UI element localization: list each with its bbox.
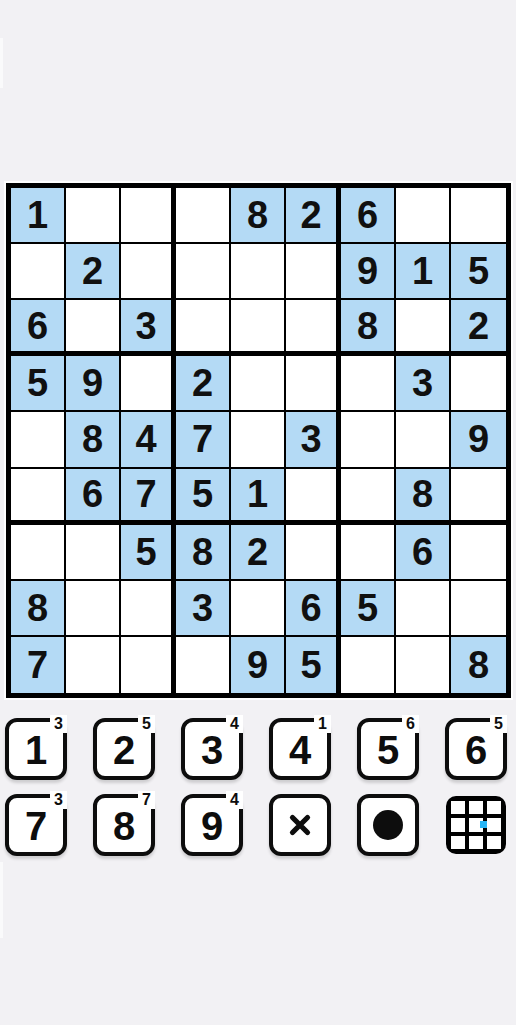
digit-count-badge: 5 bbox=[490, 715, 507, 733]
cell-r9c1[interactable]: 7 bbox=[11, 637, 66, 693]
cell-r6c2[interactable]: 6 bbox=[66, 469, 121, 525]
cell-r8c4[interactable]: 3 bbox=[176, 581, 231, 637]
cell-r8c6[interactable]: 6 bbox=[286, 581, 341, 637]
cell-r1c4[interactable] bbox=[176, 188, 231, 244]
digit-count-badge: 1 bbox=[314, 715, 331, 733]
cell-r7c2[interactable] bbox=[66, 525, 121, 581]
digit-count-badge: 4 bbox=[226, 715, 243, 733]
digit-button-4[interactable]: 41 bbox=[269, 718, 331, 780]
cell-r9c8[interactable] bbox=[396, 637, 451, 693]
cell-r2c8[interactable]: 1 bbox=[396, 244, 451, 300]
cell-r5c7[interactable] bbox=[341, 412, 396, 468]
cell-r8c1[interactable]: 8 bbox=[11, 581, 66, 637]
cell-r5c9[interactable]: 9 bbox=[451, 412, 506, 468]
cell-r4c1[interactable]: 5 bbox=[11, 356, 66, 412]
cell-r3c1[interactable]: 6 bbox=[11, 300, 66, 356]
cell-r1c8[interactable] bbox=[396, 188, 451, 244]
left-edge-artifact-top bbox=[0, 38, 3, 88]
cell-r9c5[interactable]: 9 bbox=[231, 637, 286, 693]
cell-r1c6[interactable]: 2 bbox=[286, 188, 341, 244]
cell-r7c4[interactable]: 8 bbox=[176, 525, 231, 581]
filled-circle-icon bbox=[373, 810, 403, 840]
cell-r9c2[interactable] bbox=[66, 637, 121, 693]
cell-r3c8[interactable] bbox=[396, 300, 451, 356]
keypad-row-2: 738794 bbox=[5, 794, 507, 856]
cell-r2c5[interactable] bbox=[231, 244, 286, 300]
cell-r8c9[interactable] bbox=[451, 581, 506, 637]
digit-count-badge: 7 bbox=[138, 791, 155, 809]
cell-r7c9[interactable] bbox=[451, 525, 506, 581]
cell-r2c1[interactable] bbox=[11, 244, 66, 300]
cell-r6c9[interactable] bbox=[451, 469, 506, 525]
cell-r1c3[interactable] bbox=[121, 188, 176, 244]
cell-r7c3[interactable]: 5 bbox=[121, 525, 176, 581]
digit-button-3[interactable]: 34 bbox=[181, 718, 243, 780]
digit-label: 9 bbox=[201, 806, 223, 846]
cell-r4c3[interactable] bbox=[121, 356, 176, 412]
cell-r6c6[interactable] bbox=[286, 469, 341, 525]
cell-r1c9[interactable] bbox=[451, 188, 506, 244]
digit-count-badge: 4 bbox=[226, 791, 243, 809]
cell-r2c3[interactable] bbox=[121, 244, 176, 300]
cell-r8c5[interactable] bbox=[231, 581, 286, 637]
cell-r6c7[interactable] bbox=[341, 469, 396, 525]
left-edge-artifact-bottom bbox=[0, 862, 3, 938]
digit-count-badge: 3 bbox=[50, 715, 67, 733]
digit-button-6[interactable]: 65 bbox=[445, 718, 507, 780]
cross-x-icon bbox=[285, 810, 315, 840]
cell-r7c5[interactable]: 2 bbox=[231, 525, 286, 581]
digit-count-badge: 6 bbox=[402, 715, 419, 733]
cell-r7c8[interactable]: 6 bbox=[396, 525, 451, 581]
sudoku-board-frame: 18262915638259238473967518582683657958 bbox=[4, 181, 513, 700]
cell-r6c3[interactable]: 7 bbox=[121, 469, 176, 525]
cell-r2c2[interactable]: 2 bbox=[66, 244, 121, 300]
mini-grid-icon bbox=[446, 796, 506, 854]
cell-r5c4[interactable]: 7 bbox=[176, 412, 231, 468]
digit-label: 8 bbox=[113, 806, 135, 846]
cell-r8c8[interactable] bbox=[396, 581, 451, 637]
cell-r9c9[interactable]: 8 bbox=[451, 637, 506, 693]
digit-button-8[interactable]: 87 bbox=[93, 794, 155, 856]
digit-button-2[interactable]: 25 bbox=[93, 718, 155, 780]
cell-r1c1[interactable]: 1 bbox=[11, 188, 66, 244]
cell-r9c4[interactable] bbox=[176, 637, 231, 693]
cell-r5c5[interactable] bbox=[231, 412, 286, 468]
cell-r7c7[interactable] bbox=[341, 525, 396, 581]
cell-r5c2[interactable]: 8 bbox=[66, 412, 121, 468]
cell-r3c4[interactable] bbox=[176, 300, 231, 356]
digit-label: 1 bbox=[25, 730, 47, 770]
cell-r9c6[interactable]: 5 bbox=[286, 637, 341, 693]
cell-r1c2[interactable] bbox=[66, 188, 121, 244]
digit-label: 4 bbox=[289, 730, 311, 770]
digit-count-badge: 3 bbox=[50, 791, 67, 809]
cell-r4c6[interactable] bbox=[286, 356, 341, 412]
cell-r4c7[interactable] bbox=[341, 356, 396, 412]
cell-r3c7[interactable]: 8 bbox=[341, 300, 396, 356]
cell-r6c8[interactable]: 8 bbox=[396, 469, 451, 525]
cell-r3c2[interactable] bbox=[66, 300, 121, 356]
cell-r1c5[interactable]: 8 bbox=[231, 188, 286, 244]
digit-count-badge: 5 bbox=[138, 715, 155, 733]
cell-r6c1[interactable] bbox=[11, 469, 66, 525]
cell-r1c7[interactable]: 6 bbox=[341, 188, 396, 244]
cell-r4c4[interactable]: 2 bbox=[176, 356, 231, 412]
cell-r5c3[interactable]: 4 bbox=[121, 412, 176, 468]
digit-button-5[interactable]: 56 bbox=[357, 718, 419, 780]
digit-button-9[interactable]: 94 bbox=[181, 794, 243, 856]
cell-r3c9[interactable]: 2 bbox=[451, 300, 506, 356]
sudoku-board: 18262915638259238473967518582683657958 bbox=[6, 183, 511, 698]
cell-r9c7[interactable] bbox=[341, 637, 396, 693]
cell-r9c3[interactable] bbox=[121, 637, 176, 693]
cell-r2c7[interactable]: 9 bbox=[341, 244, 396, 300]
keypad-row-1: 132534415665 bbox=[5, 718, 507, 780]
digit-label: 3 bbox=[201, 730, 223, 770]
cell-r6c4[interactable]: 5 bbox=[176, 469, 231, 525]
cell-r2c4[interactable] bbox=[176, 244, 231, 300]
digit-button-1[interactable]: 13 bbox=[5, 718, 67, 780]
cell-r7c1[interactable] bbox=[11, 525, 66, 581]
cell-r4c9[interactable] bbox=[451, 356, 506, 412]
mark-mode-button[interactable] bbox=[357, 794, 419, 856]
digit-button-7[interactable]: 73 bbox=[5, 794, 67, 856]
digit-label: 2 bbox=[113, 730, 135, 770]
digit-label: 7 bbox=[25, 806, 47, 846]
highlighted-cell-dot bbox=[480, 821, 487, 828]
cell-r4c5[interactable] bbox=[231, 356, 286, 412]
grid-highlight-button[interactable] bbox=[445, 794, 507, 856]
digit-label: 6 bbox=[465, 730, 487, 770]
cell-r8c2[interactable] bbox=[66, 581, 121, 637]
cell-r7c6[interactable] bbox=[286, 525, 341, 581]
digit-label: 5 bbox=[377, 730, 399, 770]
cell-r3c5[interactable] bbox=[231, 300, 286, 356]
cell-r3c3[interactable]: 3 bbox=[121, 300, 176, 356]
erase-button[interactable] bbox=[269, 794, 331, 856]
cell-r5c8[interactable] bbox=[396, 412, 451, 468]
cell-r6c5[interactable]: 1 bbox=[231, 469, 286, 525]
cell-r8c3[interactable] bbox=[121, 581, 176, 637]
cell-r2c6[interactable] bbox=[286, 244, 341, 300]
cell-r5c6[interactable]: 3 bbox=[286, 412, 341, 468]
cell-r4c2[interactable]: 9 bbox=[66, 356, 121, 412]
cell-r2c9[interactable]: 5 bbox=[451, 244, 506, 300]
cell-r3c6[interactable] bbox=[286, 300, 341, 356]
cell-r8c7[interactable]: 5 bbox=[341, 581, 396, 637]
cell-r4c8[interactable]: 3 bbox=[396, 356, 451, 412]
cell-r5c1[interactable] bbox=[11, 412, 66, 468]
